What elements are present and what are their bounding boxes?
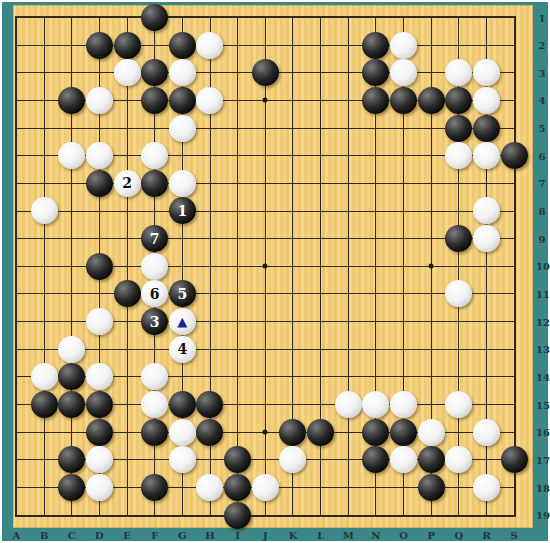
column-label: J [263,530,268,541]
column-label: S [511,530,518,541]
white-stone[interactable] [473,87,500,114]
black-stone[interactable] [141,474,168,501]
column-label: E [123,530,131,541]
black-stone[interactable] [279,419,306,446]
white-stone[interactable] [473,59,500,86]
row-label: 1 [536,12,548,23]
black-stone[interactable] [362,419,389,446]
column-label: L [317,530,324,541]
white-stone[interactable] [390,32,417,59]
column-label: P [427,530,435,541]
black-stone[interactable] [362,59,389,86]
column-label: D [95,530,104,541]
black-stone[interactable] [86,253,113,280]
column-label: F [151,530,158,541]
white-stone[interactable] [86,87,113,114]
move-number-label: 5 [177,287,187,301]
white-stone[interactable] [86,308,113,335]
black-stone[interactable] [362,32,389,59]
move-number-label: 3 [150,315,160,329]
white-stone[interactable] [445,391,472,418]
stones-grid: 175326▲4 [3,4,528,529]
move-number-label: 4 [177,342,187,356]
white-stone[interactable] [169,446,196,473]
black-stone[interactable] [141,170,168,197]
white-stone[interactable] [335,391,362,418]
black-stone[interactable] [86,419,113,446]
white-stone[interactable] [58,142,85,169]
black-stone[interactable] [169,391,196,418]
white-stone[interactable] [418,419,445,446]
row-label: 10 [536,261,548,272]
row-label: 14 [536,371,548,382]
white-stone[interactable]: ▲ [169,308,196,335]
black-stone[interactable] [445,115,472,142]
black-stone[interactable] [141,59,168,86]
white-stone[interactable] [196,32,223,59]
black-stone[interactable] [252,59,279,86]
black-stone[interactable]: 3 [141,308,168,335]
black-stone[interactable] [58,474,85,501]
row-label: 5 [536,123,548,134]
triangle-marker-icon: ▲ [177,315,187,328]
column-label: M [343,530,354,541]
row-label: 18 [536,482,548,493]
white-stone[interactable] [473,142,500,169]
black-stone[interactable] [473,115,500,142]
row-label: 3 [536,67,548,78]
black-stone[interactable] [114,32,141,59]
black-stone[interactable] [86,391,113,418]
white-stone[interactable] [169,59,196,86]
white-stone[interactable] [196,87,223,114]
white-stone[interactable] [252,474,279,501]
row-label: 19 [536,510,548,521]
white-stone[interactable] [141,363,168,390]
black-stone[interactable] [58,391,85,418]
column-label: G [178,530,187,541]
black-stone[interactable] [418,446,445,473]
white-stone[interactable] [141,253,168,280]
white-stone[interactable] [169,115,196,142]
black-stone[interactable] [307,419,334,446]
row-label: 11 [536,289,548,300]
black-stone[interactable] [58,446,85,473]
column-label: N [371,530,380,541]
row-label: 8 [536,206,548,217]
black-stone[interactable] [362,446,389,473]
black-stone[interactable] [169,87,196,114]
black-stone[interactable] [86,32,113,59]
move-number-label: 2 [122,176,132,190]
column-label: A [13,530,21,541]
white-stone[interactable] [473,419,500,446]
move-number-label: 7 [150,232,160,246]
column-label: C [68,530,76,541]
white-stone[interactable] [31,363,58,390]
black-stone[interactable] [445,87,472,114]
white-stone[interactable] [169,419,196,446]
white-stone[interactable] [390,59,417,86]
white-stone[interactable] [390,446,417,473]
row-label: 16 [536,427,548,438]
black-stone[interactable] [58,87,85,114]
column-label: B [40,530,48,541]
column-label: I [235,530,240,541]
black-stone[interactable] [501,142,528,169]
black-stone[interactable] [390,419,417,446]
black-stone[interactable] [362,87,389,114]
black-stone[interactable] [58,363,85,390]
white-stone[interactable] [86,142,113,169]
white-stone[interactable] [141,391,168,418]
black-stone[interactable] [196,419,223,446]
white-stone[interactable] [279,446,306,473]
black-stone[interactable] [86,170,113,197]
row-label: 4 [536,95,548,106]
black-stone[interactable]: 1 [169,197,196,224]
white-stone[interactable] [86,474,113,501]
black-stone[interactable] [114,280,141,307]
black-stone[interactable] [390,87,417,114]
column-label: Q [455,530,464,541]
black-stone[interactable] [196,391,223,418]
black-stone[interactable] [31,391,58,418]
white-stone[interactable] [114,59,141,86]
row-label: 15 [536,399,548,410]
white-stone[interactable] [86,446,113,473]
black-stone[interactable] [224,474,251,501]
black-stone[interactable] [141,419,168,446]
column-label: R [482,530,490,541]
white-stone[interactable] [169,170,196,197]
white-stone[interactable]: 6 [141,280,168,307]
white-stone[interactable] [445,59,472,86]
white-stone[interactable] [473,225,500,252]
black-stone[interactable]: 7 [141,225,168,252]
white-stone[interactable] [141,142,168,169]
go-board[interactable]: 175326▲4 [13,5,533,528]
white-stone[interactable] [196,474,223,501]
column-label: K [289,530,298,541]
white-stone[interactable] [58,336,85,363]
black-stone[interactable] [224,502,251,529]
row-label: 12 [536,316,548,327]
white-stone[interactable]: 2 [114,170,141,197]
black-stone[interactable] [501,446,528,473]
black-stone[interactable]: 5 [169,280,196,307]
white-stone[interactable] [473,197,500,224]
move-number-label: 6 [150,287,160,301]
row-label: 17 [536,454,548,465]
white-stone[interactable] [445,446,472,473]
black-stone[interactable] [445,225,472,252]
white-stone[interactable]: 4 [169,336,196,363]
black-stone[interactable] [418,474,445,501]
row-label: 6 [536,150,548,161]
white-stone[interactable] [473,474,500,501]
white-stone[interactable] [445,280,472,307]
row-label: 2 [536,40,548,51]
black-stone[interactable] [141,87,168,114]
white-stone[interactable] [362,391,389,418]
row-label: 9 [536,233,548,244]
black-stone[interactable] [141,4,168,31]
white-stone[interactable] [86,363,113,390]
row-label: 7 [536,178,548,189]
move-number-label: 1 [177,204,187,218]
black-stone[interactable] [169,32,196,59]
black-stone[interactable] [418,87,445,114]
white-stone[interactable] [31,197,58,224]
white-stone[interactable] [390,391,417,418]
white-stone[interactable] [445,142,472,169]
row-label: 13 [536,344,548,355]
column-label: H [205,530,214,541]
column-label: O [399,530,408,541]
black-stone[interactable] [224,446,251,473]
go-game-screenshot: 175326▲4 ABCDEFGHIJKLMNOPQRS 12345678910… [0,0,550,543]
